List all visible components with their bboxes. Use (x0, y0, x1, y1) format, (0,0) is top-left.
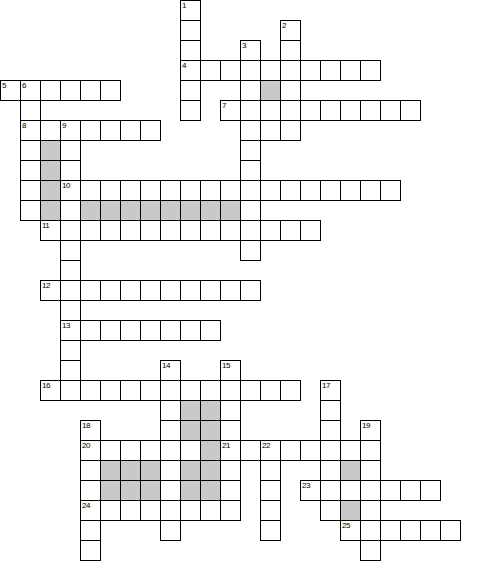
cell-c7-r11[interactable] (140, 220, 161, 241)
shaded-cell-c9-r10 (180, 200, 201, 221)
shaded-cell-c2-r7 (40, 140, 61, 161)
cell-c17-r24[interactable] (340, 480, 361, 501)
cell-c10-r9[interactable] (200, 180, 221, 201)
cell-c14-r9[interactable] (280, 180, 301, 201)
cell-c14-r2[interactable] (280, 40, 301, 61)
cell-c9-r16[interactable] (180, 320, 201, 341)
cell-c11-r20[interactable] (220, 400, 241, 421)
cell-c14-r3[interactable] (280, 60, 301, 81)
clue-number-10: 10 (62, 181, 70, 190)
cell-c16-r9[interactable] (320, 180, 341, 201)
cell-c4-r21[interactable]: 18 (80, 420, 101, 441)
cell-c4-r19[interactable] (80, 380, 101, 401)
cell-c9-r4[interactable] (180, 80, 201, 101)
cell-c18-r26[interactable] (360, 520, 381, 541)
clue-number-22: 22 (262, 441, 270, 450)
cell-c3-r6[interactable]: 9 (60, 120, 81, 141)
shaded-cell-c7-r24 (140, 480, 161, 501)
cell-c8-r26[interactable] (160, 520, 181, 541)
cell-c12-r5[interactable] (240, 100, 261, 121)
cell-c8-r9[interactable] (160, 180, 181, 201)
shaded-cell-c10-r20 (200, 400, 221, 421)
shaded-cell-c10-r23 (200, 460, 221, 481)
cell-c7-r19[interactable] (140, 380, 161, 401)
shaded-cell-c2-r9 (40, 180, 61, 201)
cell-c14-r6[interactable] (280, 120, 301, 141)
clue-number-7: 7 (222, 101, 226, 110)
shaded-cell-c7-r23 (140, 460, 161, 481)
cell-c9-r1[interactable] (180, 20, 201, 41)
cell-c6-r11[interactable] (120, 220, 141, 241)
shaded-cell-c5-r10 (100, 200, 121, 221)
cell-c7-r16[interactable] (140, 320, 161, 341)
cell-c16-r19[interactable]: 17 (320, 380, 341, 401)
cell-c12-r6[interactable] (240, 120, 261, 141)
cell-c10-r25[interactable] (200, 500, 221, 521)
cell-c8-r18[interactable]: 14 (160, 360, 181, 381)
cell-c4-r26[interactable] (80, 520, 101, 541)
cell-c18-r21[interactable]: 19 (360, 420, 381, 441)
cell-c14-r22[interactable] (280, 440, 301, 461)
cell-c9-r11[interactable] (180, 220, 201, 241)
cell-c9-r14[interactable] (180, 280, 201, 301)
cell-c13-r24[interactable] (260, 480, 281, 501)
cell-c13-r3[interactable] (260, 60, 281, 81)
cell-c5-r11[interactable] (100, 220, 121, 241)
cell-c16-r5[interactable] (320, 100, 341, 121)
clue-number-23: 23 (302, 481, 310, 490)
cell-c19-r5[interactable] (380, 100, 401, 121)
cell-c1-r8[interactable] (20, 160, 41, 181)
cell-c6-r16[interactable] (120, 320, 141, 341)
cell-c5-r16[interactable] (100, 320, 121, 341)
cell-c16-r21[interactable] (320, 420, 341, 441)
cell-c4-r23[interactable] (80, 460, 101, 481)
shaded-cell-c10-r10 (200, 200, 221, 221)
cell-c12-r10[interactable] (240, 200, 261, 221)
shaded-cell-c17-r23 (340, 460, 361, 481)
cell-c19-r24[interactable] (380, 480, 401, 501)
cell-c12-r19[interactable] (240, 380, 261, 401)
cell-c11-r25[interactable] (220, 500, 241, 521)
cell-c5-r4[interactable] (100, 80, 121, 101)
cell-c8-r14[interactable] (160, 280, 181, 301)
cell-c3-r16[interactable]: 13 (60, 320, 81, 341)
cell-c15-r3[interactable] (300, 60, 321, 81)
cell-c11-r5[interactable]: 7 (220, 100, 241, 121)
cell-c2-r4[interactable] (40, 80, 61, 101)
cell-c2-r11[interactable]: 11 (40, 220, 61, 241)
cell-c18-r27[interactable] (360, 540, 381, 561)
cell-c9-r3[interactable]: 4 (180, 60, 201, 81)
cell-c16-r24[interactable] (320, 480, 341, 501)
cell-c17-r22[interactable] (340, 440, 361, 461)
cell-c6-r19[interactable] (120, 380, 141, 401)
cell-c3-r19[interactable] (60, 380, 81, 401)
cell-c12-r11[interactable] (240, 220, 261, 241)
cell-c13-r9[interactable] (260, 180, 281, 201)
cell-c13-r6[interactable] (260, 120, 281, 141)
cell-c12-r3[interactable] (240, 60, 261, 81)
cell-c2-r19[interactable]: 16 (40, 380, 61, 401)
cell-c8-r20[interactable] (160, 400, 181, 421)
cell-c4-r27[interactable] (80, 540, 101, 561)
shaded-cell-c5-r24 (100, 480, 121, 501)
cell-c1-r7[interactable] (20, 140, 41, 161)
cell-c13-r5[interactable] (260, 100, 281, 121)
cell-c7-r9[interactable] (140, 180, 161, 201)
clue-number-19: 19 (362, 421, 370, 430)
cell-c12-r14[interactable] (240, 280, 261, 301)
shaded-cell-c11-r10 (220, 200, 241, 221)
clue-number-16: 16 (42, 381, 50, 390)
cell-c8-r19[interactable] (160, 380, 181, 401)
cell-c7-r6[interactable] (140, 120, 161, 141)
cell-c12-r9[interactable] (240, 180, 261, 201)
cell-c9-r25[interactable] (180, 500, 201, 521)
cell-c18-r9[interactable] (360, 180, 381, 201)
cell-c8-r24[interactable] (160, 480, 181, 501)
shaded-cell-c13-r4 (260, 80, 281, 101)
cell-c16-r25[interactable] (320, 500, 341, 521)
cell-c20-r5[interactable] (400, 100, 421, 121)
clue-number-21: 21 (222, 441, 230, 450)
cell-c4-r25[interactable]: 24 (80, 500, 101, 521)
cell-c12-r4[interactable] (240, 80, 261, 101)
cell-c13-r26[interactable] (260, 520, 281, 541)
cell-c10-r14[interactable] (200, 280, 221, 301)
cell-c18-r24[interactable] (360, 480, 381, 501)
cell-c1-r10[interactable] (20, 200, 41, 221)
cell-c8-r22[interactable] (160, 440, 181, 461)
clue-number-25: 25 (342, 521, 350, 530)
cell-c14-r11[interactable] (280, 220, 301, 241)
cell-c4-r16[interactable] (80, 320, 101, 341)
cell-c5-r25[interactable] (100, 500, 121, 521)
clue-number-1: 1 (182, 1, 186, 10)
cell-c9-r2[interactable] (180, 40, 201, 61)
shaded-cell-c10-r22 (200, 440, 221, 461)
cell-c9-r0[interactable]: 1 (180, 0, 201, 21)
cell-c3-r7[interactable] (60, 140, 81, 161)
cell-c5-r9[interactable] (100, 180, 121, 201)
cell-c18-r5[interactable] (360, 100, 381, 121)
cell-c18-r22[interactable] (360, 440, 381, 461)
cell-c15-r11[interactable] (300, 220, 321, 241)
shaded-cell-c9-r23 (180, 460, 201, 481)
cell-c14-r1[interactable]: 2 (280, 20, 301, 41)
cell-c11-r9[interactable] (220, 180, 241, 201)
cell-c11-r18[interactable]: 15 (220, 360, 241, 381)
cell-c15-r22[interactable] (300, 440, 321, 461)
cell-c12-r2[interactable]: 3 (240, 40, 261, 61)
cell-c13-r19[interactable] (260, 380, 281, 401)
cell-c11-r22[interactable]: 21 (220, 440, 241, 461)
cell-c16-r22[interactable] (320, 440, 341, 461)
cell-c7-r25[interactable] (140, 500, 161, 521)
shaded-cell-c9-r21 (180, 420, 201, 441)
cell-c4-r4[interactable] (80, 80, 101, 101)
cell-c12-r22[interactable] (240, 440, 261, 461)
cell-c15-r9[interactable] (300, 180, 321, 201)
shaded-cell-c5-r23 (100, 460, 121, 481)
shaded-cell-c8-r10 (160, 200, 181, 221)
cell-c16-r23[interactable] (320, 460, 341, 481)
cell-c7-r14[interactable] (140, 280, 161, 301)
cell-c22-r26[interactable] (440, 520, 461, 541)
cell-c17-r9[interactable] (340, 180, 361, 201)
cell-c3-r13[interactable] (60, 260, 81, 281)
cell-c6-r22[interactable] (120, 440, 141, 461)
cell-c15-r5[interactable] (300, 100, 321, 121)
clue-number-17: 17 (322, 381, 330, 390)
cell-c3-r17[interactable] (60, 340, 81, 361)
clue-number-5: 5 (2, 81, 6, 90)
cell-c3-r9[interactable]: 10 (60, 180, 81, 201)
cell-c17-r5[interactable] (340, 100, 361, 121)
cell-c14-r19[interactable] (280, 380, 301, 401)
cell-c6-r25[interactable] (120, 500, 141, 521)
shaded-cell-c4-r10 (80, 200, 101, 221)
cell-c16-r3[interactable] (320, 60, 341, 81)
cell-c1-r4[interactable]: 6 (20, 80, 41, 101)
clue-number-6: 6 (22, 81, 26, 90)
cell-c10-r19[interactable] (200, 380, 221, 401)
cell-c3-r18[interactable] (60, 360, 81, 381)
cell-c10-r3[interactable] (200, 60, 221, 81)
cell-c5-r14[interactable] (100, 280, 121, 301)
cell-c6-r14[interactable] (120, 280, 141, 301)
cell-c4-r14[interactable] (80, 280, 101, 301)
crossword-grid: 1234567891011121314151617181920212223242… (0, 0, 481, 561)
cell-c8-r16[interactable] (160, 320, 181, 341)
cell-c11-r24[interactable] (220, 480, 241, 501)
cell-c13-r11[interactable] (260, 220, 281, 241)
cell-c3-r12[interactable] (60, 240, 81, 261)
shaded-cell-c17-r25 (340, 500, 361, 521)
shaded-cell-c2-r10 (40, 200, 61, 221)
cell-c9-r5[interactable] (180, 100, 201, 121)
cell-c21-r26[interactable] (420, 520, 441, 541)
cell-c2-r14[interactable]: 12 (40, 280, 61, 301)
cell-c3-r15[interactable] (60, 300, 81, 321)
shaded-cell-c10-r24 (200, 480, 221, 501)
cell-c19-r26[interactable] (380, 520, 401, 541)
shaded-cell-c6-r10 (120, 200, 141, 221)
cell-c5-r6[interactable] (100, 120, 121, 141)
cell-c3-r8[interactable] (60, 160, 81, 181)
cell-c1-r5[interactable] (20, 100, 41, 121)
clue-number-3: 3 (242, 41, 246, 50)
cell-c0-r4[interactable]: 5 (0, 80, 21, 101)
cell-c20-r24[interactable] (400, 480, 421, 501)
cell-c11-r14[interactable] (220, 280, 241, 301)
cell-c18-r25[interactable] (360, 500, 381, 521)
cell-c13-r23[interactable] (260, 460, 281, 481)
cell-c14-r4[interactable] (280, 80, 301, 101)
clue-number-14: 14 (162, 361, 170, 370)
cell-c12-r8[interactable] (240, 160, 261, 181)
cell-c11-r21[interactable] (220, 420, 241, 441)
cell-c10-r11[interactable] (200, 220, 221, 241)
clue-number-11: 11 (42, 221, 49, 230)
cell-c16-r20[interactable] (320, 400, 341, 421)
clue-number-8: 8 (22, 121, 26, 130)
cell-c15-r24[interactable]: 23 (300, 480, 321, 501)
shaded-cell-c10-r21 (200, 420, 221, 441)
cell-c17-r3[interactable] (340, 60, 361, 81)
clue-number-18: 18 (82, 421, 90, 430)
cell-c2-r6[interactable] (40, 120, 61, 141)
cell-c5-r19[interactable] (100, 380, 121, 401)
cell-c9-r9[interactable] (180, 180, 201, 201)
clue-number-13: 13 (62, 321, 70, 330)
cell-c3-r4[interactable] (60, 80, 81, 101)
cell-c8-r11[interactable] (160, 220, 181, 241)
cell-c3-r11[interactable] (60, 220, 81, 241)
cell-c10-r16[interactable] (200, 320, 221, 341)
cell-c1-r9[interactable] (20, 180, 41, 201)
cell-c8-r25[interactable] (160, 500, 181, 521)
clue-number-4: 4 (182, 61, 186, 70)
cell-c11-r23[interactable] (220, 460, 241, 481)
shaded-cell-c9-r24 (180, 480, 201, 501)
cell-c20-r26[interactable] (400, 520, 421, 541)
clue-number-24: 24 (82, 501, 90, 510)
cell-c13-r22[interactable]: 22 (260, 440, 281, 461)
clue-number-12: 12 (42, 281, 50, 290)
clue-number-15: 15 (222, 361, 230, 370)
cell-c4-r24[interactable] (80, 480, 101, 501)
cell-c8-r21[interactable] (160, 420, 181, 441)
cell-c12-r7[interactable] (240, 140, 261, 161)
clue-number-2: 2 (282, 21, 286, 30)
cell-c6-r9[interactable] (120, 180, 141, 201)
cell-c12-r12[interactable] (240, 240, 261, 261)
cell-c14-r5[interactable] (280, 100, 301, 121)
clue-number-9: 9 (62, 121, 66, 130)
cell-c11-r19[interactable] (220, 380, 241, 401)
cell-c4-r9[interactable] (80, 180, 101, 201)
shaded-cell-c6-r23 (120, 460, 141, 481)
cell-c17-r26[interactable]: 25 (340, 520, 361, 541)
cell-c9-r19[interactable] (180, 380, 201, 401)
cell-c8-r23[interactable] (160, 460, 181, 481)
shaded-cell-c7-r10 (140, 200, 161, 221)
cell-c9-r22[interactable] (180, 440, 201, 461)
shaded-cell-c2-r8 (40, 160, 61, 181)
shaded-cell-c9-r20 (180, 400, 201, 421)
cell-c11-r3[interactable] (220, 60, 241, 81)
cell-c11-r11[interactable] (220, 220, 241, 241)
clue-number-20: 20 (82, 441, 90, 450)
cell-c4-r11[interactable] (80, 220, 101, 241)
shaded-cell-c6-r24 (120, 480, 141, 501)
cell-c4-r22[interactable]: 20 (80, 440, 101, 461)
cell-c18-r3[interactable] (360, 60, 381, 81)
cell-c5-r22[interactable] (100, 440, 121, 461)
cell-c7-r22[interactable] (140, 440, 161, 461)
cell-c13-r25[interactable] (260, 500, 281, 521)
cell-c18-r23[interactable] (360, 460, 381, 481)
cell-c6-r6[interactable] (120, 120, 141, 141)
cell-c3-r14[interactable] (60, 280, 81, 301)
cell-c21-r24[interactable] (420, 480, 441, 501)
cell-c3-r10[interactable] (60, 200, 81, 221)
cell-c1-r6[interactable]: 8 (20, 120, 41, 141)
cell-c4-r6[interactable] (80, 120, 101, 141)
cell-c19-r9[interactable] (380, 180, 401, 201)
